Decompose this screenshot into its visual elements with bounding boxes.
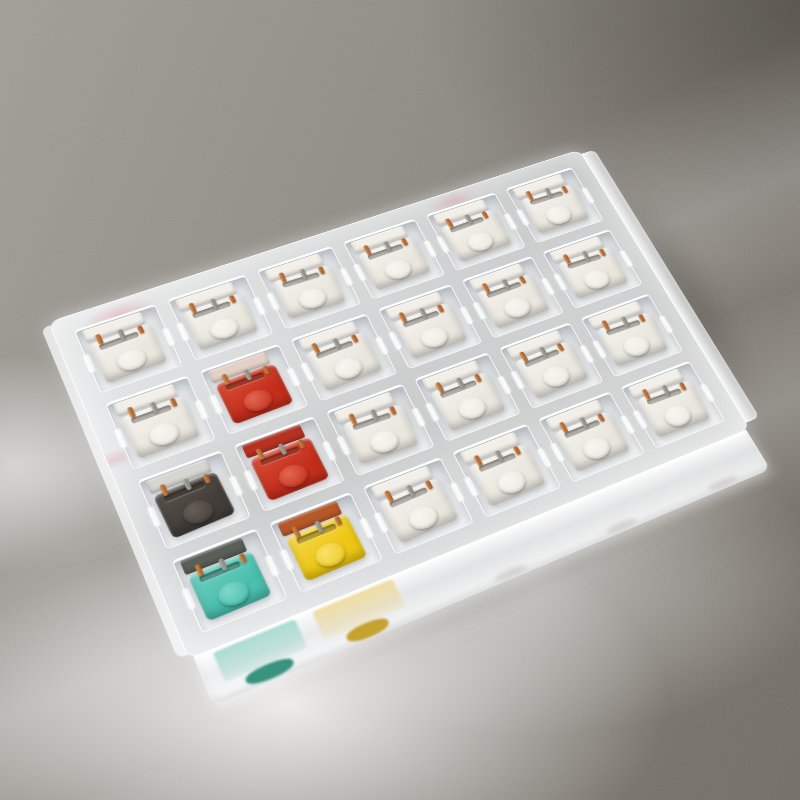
cell-r4c5: [538, 391, 645, 482]
cell-r2c2: [200, 344, 309, 435]
switch-boss: [539, 363, 574, 391]
foot-shadow: [605, 516, 638, 535]
cell-r1c6: [505, 167, 604, 243]
cell-r2c6: [542, 229, 643, 309]
cell-r3c5: [499, 322, 604, 409]
cell-r3c3: [326, 383, 435, 476]
cell-r1c2: [167, 274, 273, 361]
cell-r2c1: [105, 375, 216, 469]
switch-boss: [579, 434, 614, 463]
foot-shadow: [493, 563, 528, 583]
cell-r3c4: [414, 352, 521, 442]
cell-r3c2: [234, 416, 345, 512]
cell-r4c1: [172, 528, 288, 633]
cell-r2c4: [378, 284, 483, 369]
switch-boss: [145, 419, 182, 449]
cell-grid: [74, 167, 725, 633]
switch-boss: [620, 333, 653, 359]
foot-shadow: [707, 474, 739, 492]
cell-r4c3: [363, 457, 474, 555]
switch-tester-tray: [48, 150, 750, 660]
switch-boss: [113, 346, 149, 374]
switch-boss: [500, 295, 534, 321]
cell-r4c2: [269, 492, 383, 593]
switch-boss: [381, 257, 415, 283]
switch-boss: [454, 394, 489, 422]
cell-r1c5: [426, 192, 526, 271]
cell-r4c4: [452, 423, 561, 517]
cell-r3c6: [580, 293, 683, 377]
switch-boss: [214, 577, 253, 610]
cell-r1c1: [74, 304, 183, 394]
cell-r2c5: [462, 256, 565, 339]
switch-boss: [330, 354, 366, 382]
cell-r1c3: [257, 246, 361, 330]
cell-r2c3: [291, 313, 398, 401]
switch-boss: [240, 386, 276, 415]
switch-boss: [494, 467, 530, 497]
cell-r3c1: [137, 450, 251, 550]
switch-boss: [311, 539, 349, 571]
cell-r1c4: [343, 219, 445, 300]
switch-boss: [275, 461, 312, 491]
switch-boss: [206, 315, 241, 342]
switch-boss: [543, 203, 575, 226]
cell-r4c6: [620, 361, 725, 449]
switch-boss: [661, 402, 695, 429]
photo-scene: { "game": "keyboard_switch_tester_tray",…: [0, 0, 800, 800]
switch-boss: [417, 324, 452, 351]
switch-boss: [580, 267, 613, 292]
switch-boss: [464, 229, 497, 254]
switch-boss: [295, 286, 329, 312]
switch-boss: [366, 427, 401, 456]
switch-boss: [405, 502, 442, 533]
